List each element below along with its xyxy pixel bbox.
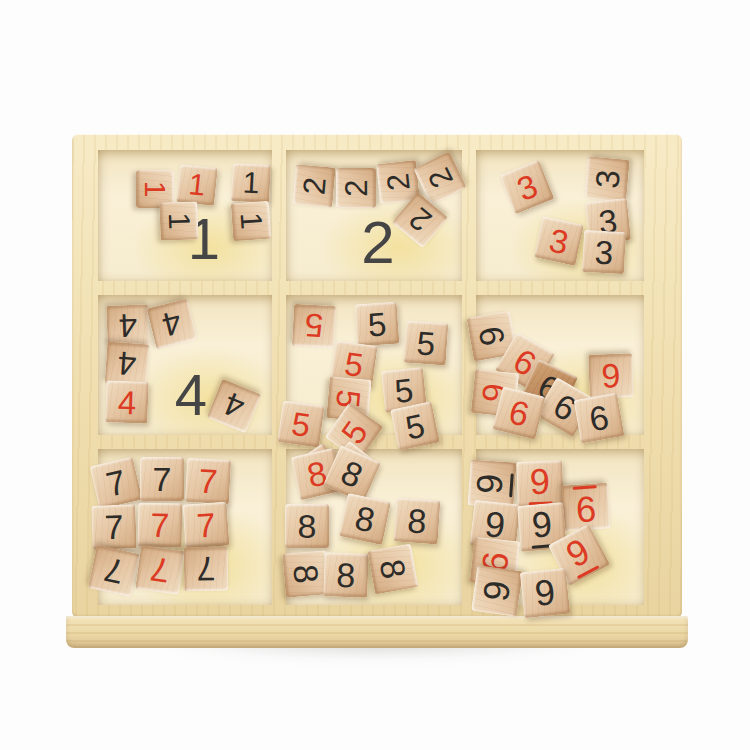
tile-digit: 2 [341, 179, 372, 196]
tile-5[interactable]: 5 [404, 321, 449, 366]
tile-1[interactable]: 1 [231, 163, 271, 203]
tile-4[interactable]: 4 [147, 299, 198, 350]
product-photo-scene: 124 111112222233333444445555555556666666… [0, 0, 750, 750]
tile-9[interactable]: 9 [471, 565, 523, 617]
tile-digit: 8 [298, 509, 317, 543]
tile-digit: 6 [601, 359, 621, 394]
tile-digit: 1 [235, 212, 266, 231]
tile-digit: 4 [118, 309, 137, 343]
tile-7[interactable]: 7 [88, 545, 140, 597]
tile-digit: 4 [159, 306, 185, 342]
tile-7[interactable]: 7 [90, 457, 143, 510]
tile-8[interactable]: 8 [323, 552, 369, 598]
tile-digit: 7 [195, 507, 216, 542]
tile-digit: 9 [575, 491, 597, 528]
tile-7[interactable]: 7 [135, 545, 185, 595]
tile-digit: 7 [104, 510, 124, 545]
tile-digit: 7 [196, 552, 216, 586]
tile-1[interactable]: 1 [176, 164, 218, 206]
tile-7[interactable]: 7 [140, 457, 184, 501]
tile-digit: 7 [198, 464, 219, 499]
tile-digit: 6 [506, 394, 533, 432]
tile-digit: 9 [529, 463, 550, 500]
tile-4[interactable]: 4 [207, 379, 262, 434]
tile-7[interactable]: 7 [91, 504, 137, 550]
tile-4[interactable]: 4 [105, 380, 148, 423]
tile-3[interactable]: 3 [500, 160, 555, 215]
tile-5[interactable]: 5 [277, 400, 324, 447]
tile-digit: 9 [533, 574, 557, 612]
tiles-layer: 1111122222333334444455555555566666666777… [0, 0, 750, 750]
tile-6[interactable]: 6 [574, 393, 625, 444]
tile-2[interactable]: 2 [292, 164, 335, 207]
tile-digit: 1 [242, 168, 260, 199]
tile-digit: 1 [140, 181, 170, 198]
tile-8[interactable]: 8 [368, 544, 419, 595]
tile-5[interactable]: 5 [355, 302, 400, 347]
tile-digit: 2 [298, 176, 330, 196]
tile-3[interactable]: 3 [582, 230, 626, 274]
tile-digit: 5 [304, 309, 324, 343]
tile-6[interactable]: 6 [492, 386, 545, 439]
tile-digit: 5 [403, 408, 428, 444]
tile-digit: 5 [393, 373, 415, 408]
tile-digit: 2 [382, 172, 415, 192]
tile-digit: 5 [416, 326, 437, 360]
tile-digit: 4 [219, 387, 248, 424]
tile-9[interactable]: 9 [516, 460, 564, 508]
tile-digit: 5 [343, 346, 366, 381]
tile-digit: 3 [512, 168, 541, 205]
tile-8[interactable]: 8 [285, 504, 329, 548]
tile-digit: 6 [587, 400, 612, 437]
tile-digit: 7 [153, 462, 172, 496]
tile-digit: 9 [530, 506, 553, 544]
tile-digit: 2 [422, 163, 457, 192]
tile-7[interactable]: 7 [138, 503, 183, 548]
tile-7[interactable]: 7 [185, 458, 231, 504]
tile-digit: 1 [164, 212, 195, 230]
tile-digit: 7 [148, 552, 171, 588]
tile-digit: 8 [336, 455, 367, 494]
tile-digit: 7 [150, 508, 170, 542]
tile-8[interactable]: 8 [394, 498, 441, 545]
tile-digit: 8 [304, 455, 330, 492]
tile-digit: 9 [561, 532, 596, 573]
tile-digit: 4 [117, 347, 138, 381]
tile-9[interactable]: 9 [520, 568, 571, 619]
tile-digit: 4 [117, 385, 136, 419]
tile-digit: 3 [594, 235, 614, 269]
tile-5[interactable]: 5 [292, 304, 336, 348]
tile-7[interactable]: 7 [184, 547, 229, 592]
tile-1[interactable]: 1 [231, 201, 272, 242]
tile-digit: 5 [367, 307, 388, 341]
tile-digit: 8 [336, 558, 356, 593]
tile-1[interactable]: 1 [159, 201, 198, 240]
tile-digit: 8 [352, 500, 378, 537]
tile-8[interactable]: 8 [339, 493, 391, 545]
tile-3[interactable]: 3 [584, 156, 630, 202]
tile-digit: 5 [290, 406, 313, 441]
tile-7[interactable]: 7 [183, 502, 230, 549]
tile-digit: 6 [474, 324, 511, 349]
tile-digit: 1 [187, 169, 207, 201]
tile-digit: 8 [288, 563, 324, 585]
tile-digit: 8 [375, 557, 412, 582]
tile-5[interactable]: 5 [390, 401, 440, 451]
tile-digit: 7 [101, 552, 127, 589]
tile-digit: 2 [403, 203, 436, 238]
tile-digit: 9 [471, 473, 508, 495]
tile-digit: 3 [547, 223, 572, 259]
tile-digit: 3 [590, 168, 624, 189]
tile-3[interactable]: 3 [534, 216, 584, 266]
tile-digit: 9 [478, 579, 516, 604]
tile-digit: 8 [406, 503, 427, 538]
tile-6[interactable]: 6 [588, 353, 634, 399]
tile-digit: 7 [103, 464, 129, 501]
tile-2[interactable]: 2 [336, 168, 376, 208]
